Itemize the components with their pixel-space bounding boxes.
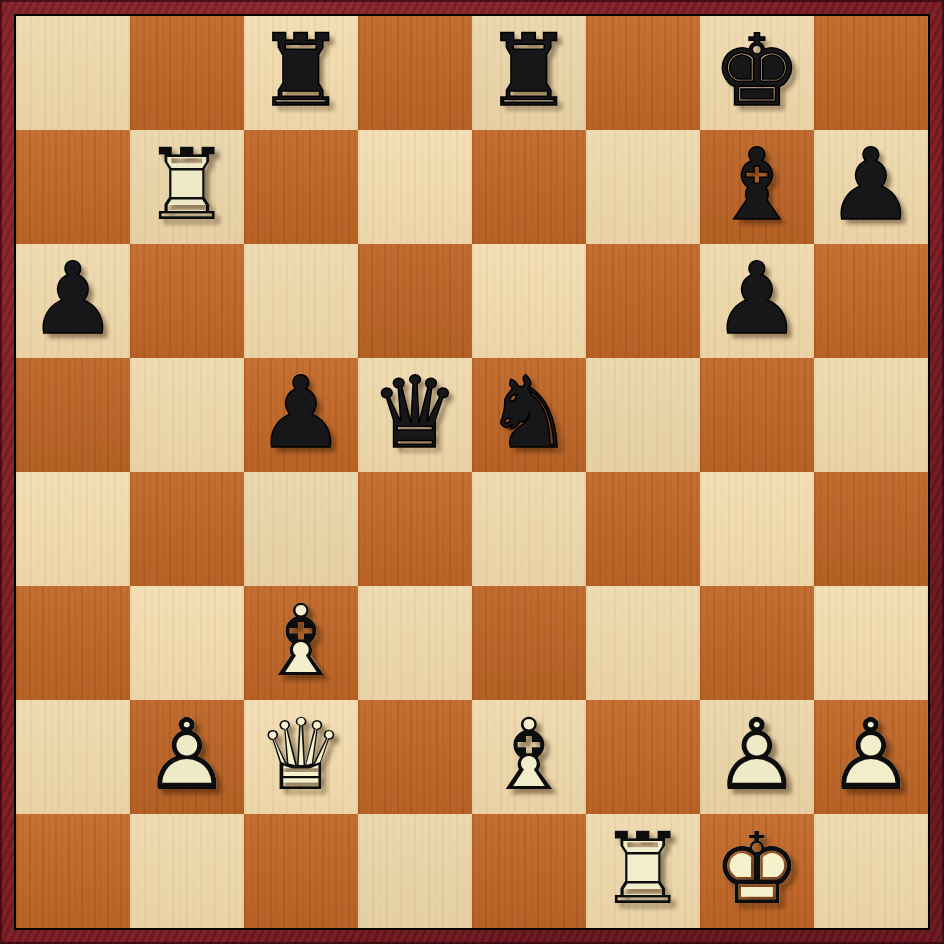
piece-black-pawn[interactable]: ♟	[700, 244, 814, 358]
knight-glyph-fill: ♞	[472, 358, 586, 472]
square-h5[interactable]	[814, 358, 928, 472]
piece-black-pawn[interactable]: ♟	[16, 244, 130, 358]
piece-black-rook[interactable]: ♜	[472, 16, 586, 130]
square-e7[interactable]	[472, 130, 586, 244]
rook-glyph-fill: ♜	[472, 16, 586, 130]
square-b3[interactable]	[130, 586, 244, 700]
square-g3[interactable]	[700, 586, 814, 700]
square-h4[interactable]	[814, 472, 928, 586]
square-f1[interactable]: ♜♖	[586, 814, 700, 928]
square-a6[interactable]: ♟	[16, 244, 130, 358]
square-f2[interactable]	[586, 700, 700, 814]
square-c4[interactable]	[244, 472, 358, 586]
square-g6[interactable]: ♟	[700, 244, 814, 358]
queen-glyph-outline: ♕	[244, 700, 358, 814]
piece-white-pawn[interactable]: ♟♙	[814, 700, 928, 814]
square-h2[interactable]: ♟♙	[814, 700, 928, 814]
square-e2[interactable]: ♝♗	[472, 700, 586, 814]
square-g8[interactable]: ♚	[700, 16, 814, 130]
square-d2[interactable]	[358, 700, 472, 814]
piece-black-pawn[interactable]: ♟	[244, 358, 358, 472]
square-d5[interactable]: ♛	[358, 358, 472, 472]
square-h1[interactable]	[814, 814, 928, 928]
square-c6[interactable]	[244, 244, 358, 358]
square-e4[interactable]	[472, 472, 586, 586]
piece-white-rook[interactable]: ♜♖	[130, 130, 244, 244]
square-b4[interactable]	[130, 472, 244, 586]
pawn-glyph-outline: ♙	[700, 700, 814, 814]
rook-glyph-fill: ♜	[244, 16, 358, 130]
pawn-glyph-fill: ♟	[700, 244, 814, 358]
bishop-glyph-fill: ♝	[700, 130, 814, 244]
square-h6[interactable]	[814, 244, 928, 358]
pawn-glyph-fill: ♟	[16, 244, 130, 358]
piece-white-queen[interactable]: ♛♕	[244, 700, 358, 814]
square-b1[interactable]	[130, 814, 244, 928]
square-b7[interactable]: ♜♖	[130, 130, 244, 244]
square-e8[interactable]: ♜	[472, 16, 586, 130]
piece-black-pawn[interactable]: ♟	[814, 130, 928, 244]
square-g5[interactable]	[700, 358, 814, 472]
square-d6[interactable]	[358, 244, 472, 358]
square-c3[interactable]: ♝♗	[244, 586, 358, 700]
square-d8[interactable]	[358, 16, 472, 130]
square-b8[interactable]	[130, 16, 244, 130]
square-g2[interactable]: ♟♙	[700, 700, 814, 814]
queen-glyph-fill: ♛	[358, 358, 472, 472]
square-a7[interactable]	[16, 130, 130, 244]
piece-black-queen[interactable]: ♛	[358, 358, 472, 472]
king-glyph-fill: ♚	[700, 16, 814, 130]
rook-glyph-outline: ♖	[586, 814, 700, 928]
square-c8[interactable]: ♜	[244, 16, 358, 130]
square-b5[interactable]	[130, 358, 244, 472]
square-d3[interactable]	[358, 586, 472, 700]
bishop-glyph-outline: ♗	[472, 700, 586, 814]
square-g4[interactable]	[700, 472, 814, 586]
square-d7[interactable]	[358, 130, 472, 244]
board-frame: ♜♜♚♜♖♝♟♟♟♟♛♞♝♗♟♙♛♕♝♗♟♙♟♙♜♖♚♔	[0, 0, 944, 944]
square-e5[interactable]: ♞	[472, 358, 586, 472]
square-e6[interactable]	[472, 244, 586, 358]
square-f7[interactable]	[586, 130, 700, 244]
square-a5[interactable]	[16, 358, 130, 472]
square-a4[interactable]	[16, 472, 130, 586]
piece-white-bishop[interactable]: ♝♗	[244, 586, 358, 700]
square-d4[interactable]	[358, 472, 472, 586]
square-h8[interactable]	[814, 16, 928, 130]
square-e1[interactable]	[472, 814, 586, 928]
square-f8[interactable]	[586, 16, 700, 130]
square-c7[interactable]	[244, 130, 358, 244]
piece-white-bishop[interactable]: ♝♗	[472, 700, 586, 814]
square-a3[interactable]	[16, 586, 130, 700]
bishop-glyph-outline: ♗	[244, 586, 358, 700]
square-e3[interactable]	[472, 586, 586, 700]
square-d1[interactable]	[358, 814, 472, 928]
square-g1[interactable]: ♚♔	[700, 814, 814, 928]
square-c2[interactable]: ♛♕	[244, 700, 358, 814]
piece-black-rook[interactable]: ♜	[244, 16, 358, 130]
piece-white-king[interactable]: ♚♔	[700, 814, 814, 928]
square-f4[interactable]	[586, 472, 700, 586]
pawn-glyph-outline: ♙	[814, 700, 928, 814]
square-b6[interactable]	[130, 244, 244, 358]
square-g7[interactable]: ♝	[700, 130, 814, 244]
square-h7[interactable]: ♟	[814, 130, 928, 244]
square-b2[interactable]: ♟♙	[130, 700, 244, 814]
square-h3[interactable]	[814, 586, 928, 700]
chess-board: ♜♜♚♜♖♝♟♟♟♟♛♞♝♗♟♙♛♕♝♗♟♙♟♙♜♖♚♔	[16, 16, 928, 928]
pawn-glyph-outline: ♙	[130, 700, 244, 814]
rook-glyph-outline: ♖	[130, 130, 244, 244]
board-border-line: ♜♜♚♜♖♝♟♟♟♟♛♞♝♗♟♙♛♕♝♗♟♙♟♙♜♖♚♔	[14, 14, 930, 930]
square-c1[interactable]	[244, 814, 358, 928]
piece-black-bishop[interactable]: ♝	[700, 130, 814, 244]
piece-white-pawn[interactable]: ♟♙	[700, 700, 814, 814]
piece-white-rook[interactable]: ♜♖	[586, 814, 700, 928]
piece-white-pawn[interactable]: ♟♙	[130, 700, 244, 814]
square-a8[interactable]	[16, 16, 130, 130]
king-glyph-outline: ♔	[700, 814, 814, 928]
square-f3[interactable]	[586, 586, 700, 700]
piece-black-knight[interactable]: ♞	[472, 358, 586, 472]
pawn-glyph-fill: ♟	[814, 130, 928, 244]
square-f6[interactable]	[586, 244, 700, 358]
square-f5[interactable]	[586, 358, 700, 472]
square-a2[interactable]	[16, 700, 130, 814]
pawn-glyph-fill: ♟	[244, 358, 358, 472]
piece-black-king[interactable]: ♚	[700, 16, 814, 130]
square-c5[interactable]: ♟	[244, 358, 358, 472]
square-a1[interactable]	[16, 814, 130, 928]
